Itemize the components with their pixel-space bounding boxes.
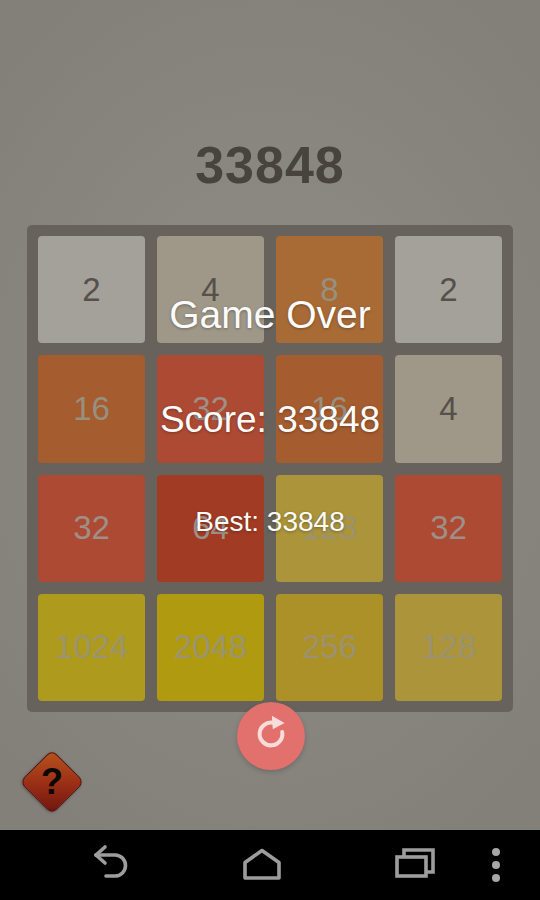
overflow-menu-icon[interactable]: [478, 841, 514, 889]
question-mark-icon: ?: [41, 764, 63, 800]
screen: 33848 2482163216432641283210242048256128…: [0, 0, 540, 900]
tile-256: 256: [276, 594, 383, 701]
refresh-icon: [250, 713, 292, 759]
home-icon[interactable]: [238, 841, 286, 889]
game-over-text: Game Over: [0, 291, 540, 339]
score-text: Score: 33848: [0, 397, 540, 443]
android-nav-bar: [0, 830, 540, 900]
restart-button[interactable]: [237, 702, 305, 770]
help-button[interactable]: ?: [19, 749, 84, 814]
score-title: 33848: [0, 130, 540, 200]
back-icon[interactable]: [84, 841, 132, 889]
tile-2048: 2048: [157, 594, 264, 701]
tile-1024: 1024: [38, 594, 145, 701]
tile-128: 128: [395, 594, 502, 701]
recents-icon[interactable]: [391, 841, 439, 889]
best-text: Best: 33848: [0, 504, 540, 540]
